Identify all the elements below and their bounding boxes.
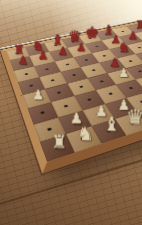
peg-hole	[79, 86, 83, 89]
piece-cream-knight[interactable]: ♞	[130, 71, 142, 86]
peg-hole	[45, 68, 49, 70]
peg-hole	[84, 59, 88, 61]
board-frame: ♜♞♝♛♚♝♜♟♟♟♟♟♟♟♞♟♟♟♞♟♟♟♟♟♟♜♞♝♛♚♝♜	[0, 20, 142, 173]
square-a7[interactable]: ♟	[10, 56, 35, 71]
peg-hole	[40, 111, 45, 114]
peg-hole	[51, 79, 55, 82]
board-grid: ♜♞♝♛♚♝♜♟♟♟♟♟♟♟♞♟♟♟♞♟♟♟♟♟♟♜♞♝♛♚♝♜	[6, 23, 142, 162]
peg-hole	[72, 74, 76, 76]
peg-hole	[65, 63, 69, 65]
piece-red-pawn[interactable]: ♟	[1, 54, 45, 66]
peg-hole	[91, 69, 95, 71]
peg-hole	[24, 73, 28, 75]
peg-hole	[108, 93, 113, 96]
peg-hole	[129, 87, 134, 90]
piece-cream-rook[interactable]: ♜	[29, 134, 90, 152]
piece-cream-pawn[interactable]: ♟	[13, 89, 64, 102]
table-surface: ♜♞♝♛♚♝♜♟♟♟♟♟♟♟♞♟♟♟♞♟♟♟♟♟♟♜♞♝♛♚♝♜	[0, 0, 142, 225]
chess-board: ♜♞♝♛♚♝♜♟♟♟♟♟♟♟♞♟♟♟♞♟♟♟♟♟♟♜♞♝♛♚♝♜	[0, 20, 142, 173]
peg-hole	[64, 105, 69, 108]
piece-red-knight[interactable]: ♞	[104, 41, 142, 54]
peg-hole	[87, 98, 92, 101]
square-a1[interactable]: ♜	[40, 134, 75, 162]
peg-hole	[100, 80, 104, 83]
